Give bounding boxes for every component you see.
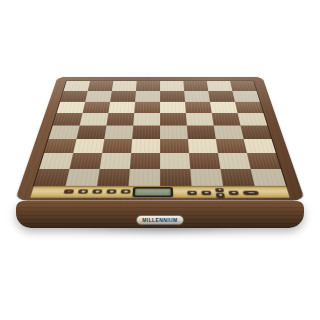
left-key-4[interactable]	[107, 189, 117, 193]
square-c8[interactable]	[112, 81, 137, 91]
left-key-2[interactable]	[78, 189, 88, 193]
square-b4[interactable]	[76, 126, 106, 139]
right-key-1[interactable]	[187, 190, 197, 194]
left-key-3-icon	[96, 190, 99, 192]
square-b8[interactable]	[88, 81, 114, 91]
square-h4[interactable]	[240, 126, 271, 139]
square-e2[interactable]	[160, 153, 190, 169]
left-key-5-icon	[124, 190, 127, 192]
left-key-group	[64, 189, 131, 193]
square-a4[interactable]	[49, 126, 80, 139]
up-key-icon	[218, 189, 221, 191]
square-f3[interactable]	[188, 139, 218, 153]
square-g5[interactable]	[212, 113, 241, 125]
wide-key-icon	[248, 192, 254, 193]
square-a3[interactable]	[44, 139, 76, 153]
square-g7[interactable]	[208, 91, 235, 102]
down-key-icon	[219, 194, 222, 196]
square-b1[interactable]	[65, 169, 99, 186]
square-e4[interactable]	[160, 126, 188, 139]
square-e3[interactable]	[160, 139, 189, 153]
square-a1[interactable]	[34, 169, 69, 186]
square-g8[interactable]	[207, 81, 233, 91]
right-key-3[interactable]	[228, 190, 238, 194]
up-key[interactable]	[215, 187, 224, 192]
square-b7[interactable]	[85, 91, 112, 102]
square-f5[interactable]	[186, 113, 214, 125]
square-h7[interactable]	[232, 91, 259, 102]
power-key[interactable]	[64, 189, 74, 193]
right-key-group	[187, 187, 260, 198]
square-c1[interactable]	[97, 169, 130, 186]
board-front-edge: MILLENNIUM	[16, 201, 304, 228]
square-b3[interactable]	[73, 139, 104, 153]
square-c5[interactable]	[106, 113, 134, 125]
lcd-display	[132, 187, 173, 197]
right-key-2-icon	[205, 191, 208, 193]
square-g3[interactable]	[216, 139, 247, 153]
square-f7[interactable]	[184, 91, 210, 102]
lcd-screen	[135, 188, 171, 195]
square-h8[interactable]	[230, 81, 256, 91]
left-key-5[interactable]	[121, 189, 131, 193]
square-d6[interactable]	[134, 102, 160, 113]
product-photo-stage: MILLENNIUM	[0, 0, 320, 320]
square-d4[interactable]	[132, 126, 160, 139]
square-d2[interactable]	[130, 153, 160, 169]
square-h5[interactable]	[238, 113, 268, 125]
left-key-2-icon	[81, 190, 84, 192]
up-down-key-pair	[215, 187, 225, 197]
square-f4[interactable]	[187, 126, 216, 139]
square-c6[interactable]	[108, 102, 135, 113]
square-e6[interactable]	[160, 102, 186, 113]
square-e1[interactable]	[160, 169, 192, 186]
checkerboard	[34, 81, 286, 186]
wide-key[interactable]	[243, 190, 259, 194]
square-a2[interactable]	[39, 153, 73, 169]
square-a5[interactable]	[53, 113, 83, 125]
control-panel	[30, 186, 289, 198]
square-d5[interactable]	[133, 113, 160, 125]
square-f1[interactable]	[190, 169, 223, 186]
square-c2[interactable]	[100, 153, 131, 169]
square-h3[interactable]	[244, 139, 276, 153]
left-key-4-icon	[110, 190, 113, 192]
square-c3[interactable]	[102, 139, 132, 153]
square-h2[interactable]	[247, 153, 281, 169]
square-d1[interactable]	[128, 169, 160, 186]
square-b2[interactable]	[69, 153, 102, 169]
brand-badge-label: MILLENNIUM	[142, 218, 177, 223]
square-g1[interactable]	[220, 169, 254, 186]
square-b5[interactable]	[80, 113, 109, 125]
square-e5[interactable]	[160, 113, 187, 125]
square-d7[interactable]	[135, 91, 160, 102]
brand-badge: MILLENNIUM	[136, 215, 184, 225]
square-c4[interactable]	[104, 126, 133, 139]
square-e8[interactable]	[160, 81, 184, 91]
left-key-3[interactable]	[92, 189, 102, 193]
square-e7[interactable]	[160, 91, 185, 102]
right-key-2[interactable]	[201, 190, 211, 194]
square-d3[interactable]	[131, 139, 160, 153]
square-d8[interactable]	[136, 81, 160, 91]
square-a8[interactable]	[64, 81, 90, 91]
square-h1[interactable]	[251, 169, 286, 186]
square-g6[interactable]	[210, 102, 238, 113]
square-b6[interactable]	[82, 102, 110, 113]
square-c7[interactable]	[110, 91, 136, 102]
square-a7[interactable]	[60, 91, 87, 102]
square-g2[interactable]	[218, 153, 251, 169]
chess-board	[15, 77, 305, 201]
right-key-3-icon	[232, 191, 235, 193]
power-key-icon	[67, 190, 70, 192]
square-g4[interactable]	[214, 126, 244, 139]
down-key[interactable]	[216, 193, 225, 198]
square-f2[interactable]	[189, 153, 220, 169]
right-key-1-icon	[190, 191, 193, 193]
square-f8[interactable]	[183, 81, 208, 91]
square-h6[interactable]	[235, 102, 264, 113]
square-a6[interactable]	[57, 102, 86, 113]
square-f6[interactable]	[185, 102, 212, 113]
